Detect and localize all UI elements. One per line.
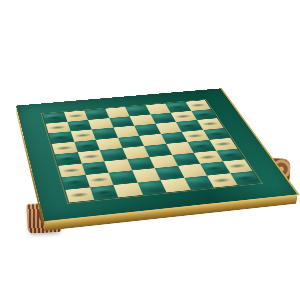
chess-board: ♜♞♝♛♚♝♞♜♟♟♟♟♟♟♟♟♟♟♟♟♟♟♟♟♜♞♝♛♚♝♞♜ bbox=[16, 88, 297, 221]
chess-set-photo: ♜♞♝♛♚♝♞♜♟♟♟♟♟♟♟♟♟♟♟♟♟♟♟♟♜♞♝♛♚♝♞♜ bbox=[0, 0, 300, 300]
